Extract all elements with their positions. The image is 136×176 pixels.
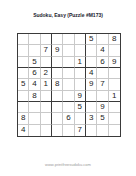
sudoku-cell-r6c1 <box>18 91 29 102</box>
sudoku-cell-r6c4 <box>52 91 63 102</box>
sudoku-cell-r7c6: 5 <box>75 102 86 113</box>
sudoku-cell-r5c8: 7 <box>97 79 108 90</box>
sudoku-cell-r1c7: 5 <box>86 34 97 45</box>
sudoku-cell-r4c9 <box>109 68 120 79</box>
sudoku-cell-r9c5 <box>63 125 74 136</box>
sudoku-cell-r2c3: 7 <box>41 45 52 56</box>
sudoku-cell-r6c5 <box>63 91 74 102</box>
sudoku-cell-r7c7 <box>86 102 97 113</box>
sudoku-cell-r9c6: 7 <box>75 125 86 136</box>
sudoku-cell-r3c5 <box>63 57 74 68</box>
sudoku-cell-r4c2: 6 <box>29 68 40 79</box>
sudoku-cell-r1c1 <box>18 34 29 45</box>
sudoku-cell-r9c8 <box>97 125 108 136</box>
sudoku-cell-r9c4 <box>52 125 63 136</box>
sudoku-cell-r3c8: 6 <box>97 57 108 68</box>
sudoku-cell-r6c8 <box>97 91 108 102</box>
sudoku-cell-r4c8 <box>97 68 108 79</box>
sudoku-cell-r2c4: 9 <box>52 45 63 56</box>
sudoku-cell-r5c6 <box>75 79 86 90</box>
sudoku-cell-r1c8 <box>97 34 108 45</box>
sudoku-page: Sudoku, Easy (Puzzle #M173) 587945169624… <box>0 0 136 176</box>
sudoku-cell-r5c7: 9 <box>86 79 97 90</box>
sudoku-cell-r7c8: 9 <box>97 102 108 113</box>
sudoku-cell-r2c6 <box>75 45 86 56</box>
sudoku-cell-r4c7: 4 <box>86 68 97 79</box>
sudoku-cell-r9c3 <box>41 125 52 136</box>
sudoku-cell-r3c9: 9 <box>109 57 120 68</box>
sudoku-cell-r5c5 <box>63 79 74 90</box>
sudoku-cell-r1c6 <box>75 34 86 45</box>
sudoku-cell-r8c6 <box>75 113 86 124</box>
sudoku-cell-r9c1: 4 <box>18 125 29 136</box>
sudoku-cell-r1c3 <box>41 34 52 45</box>
sudoku-cell-r7c1 <box>18 102 29 113</box>
sudoku-grid: 58794516962454189789159863547 <box>17 33 121 137</box>
sudoku-cell-r5c9 <box>109 79 120 90</box>
sudoku-cell-r6c3 <box>41 91 52 102</box>
sudoku-cell-r9c9 <box>109 125 120 136</box>
sudoku-cell-r2c8: 4 <box>97 45 108 56</box>
sudoku-cell-r2c5 <box>63 45 74 56</box>
sudoku-cell-r7c4 <box>52 102 63 113</box>
sudoku-cell-r6c7 <box>86 91 97 102</box>
sudoku-cell-r6c2: 8 <box>29 91 40 102</box>
sudoku-cell-r3c2: 5 <box>29 57 40 68</box>
sudoku-cell-r9c7 <box>86 125 97 136</box>
sudoku-cell-r4c4 <box>52 68 63 79</box>
sudoku-cell-r1c5 <box>63 34 74 45</box>
sudoku-cell-r4c6 <box>75 68 86 79</box>
sudoku-cell-r4c1 <box>18 68 29 79</box>
sudoku-cell-r3c3 <box>41 57 52 68</box>
sudoku-cell-r7c2 <box>29 102 40 113</box>
sudoku-cell-r8c7: 3 <box>86 113 97 124</box>
sudoku-cell-r2c1 <box>18 45 29 56</box>
sudoku-cell-r5c1: 5 <box>18 79 29 90</box>
sudoku-cell-r8c4 <box>52 113 63 124</box>
sudoku-cell-r1c4 <box>52 34 63 45</box>
sudoku-cell-r3c6: 1 <box>75 57 86 68</box>
sudoku-cell-r5c3: 1 <box>41 79 52 90</box>
puzzle-title: Sudoku, Easy (Puzzle #M173) <box>0 12 136 18</box>
sudoku-cell-r8c8: 5 <box>97 113 108 124</box>
sudoku-cell-r8c3 <box>41 113 52 124</box>
sudoku-cell-r3c1 <box>18 57 29 68</box>
sudoku-cell-r1c2 <box>29 34 40 45</box>
sudoku-cell-r3c4 <box>52 57 63 68</box>
sudoku-cell-r7c9 <box>109 102 120 113</box>
sudoku-cell-r8c5: 6 <box>63 113 74 124</box>
sudoku-cell-r6c6: 9 <box>75 91 86 102</box>
sudoku-cell-r5c2: 4 <box>29 79 40 90</box>
sudoku-cell-r2c7 <box>86 45 97 56</box>
sudoku-cell-r2c2 <box>29 45 40 56</box>
sudoku-cell-r3c7 <box>86 57 97 68</box>
source-url: www.printfreesudoku.com <box>0 162 136 167</box>
sudoku-cell-r1c9: 8 <box>109 34 120 45</box>
sudoku-cell-r9c2 <box>29 125 40 136</box>
sudoku-cell-r4c5 <box>63 68 74 79</box>
sudoku-cell-r5c4: 8 <box>52 79 63 90</box>
sudoku-cell-r2c9 <box>109 45 120 56</box>
sudoku-cell-r6c9: 1 <box>109 91 120 102</box>
sudoku-cell-r7c5 <box>63 102 74 113</box>
sudoku-cell-r8c2 <box>29 113 40 124</box>
sudoku-cell-r8c9 <box>109 113 120 124</box>
sudoku-cell-r4c3: 2 <box>41 68 52 79</box>
sudoku-cell-r8c1: 8 <box>18 113 29 124</box>
sudoku-cell-r7c3 <box>41 102 52 113</box>
